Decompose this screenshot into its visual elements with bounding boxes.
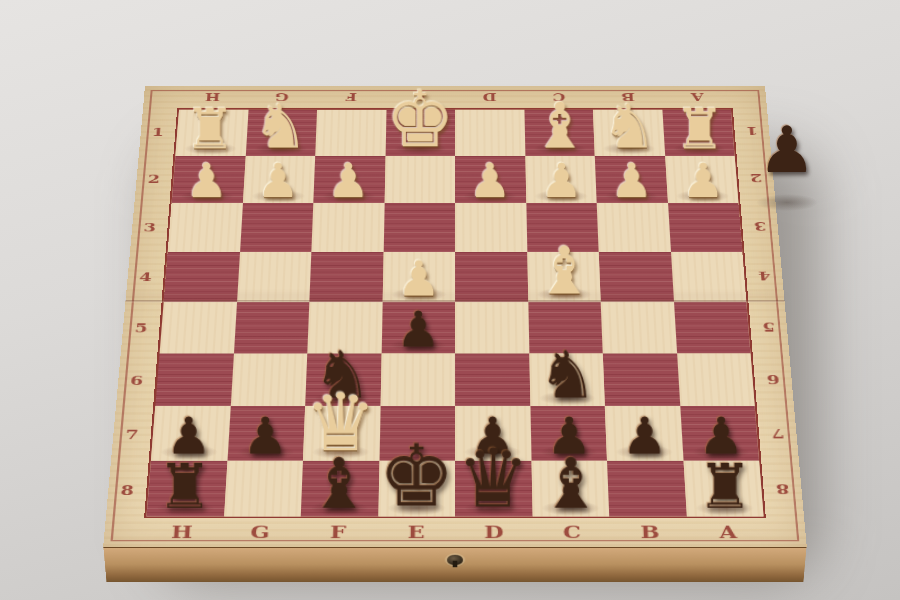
piece-white-pawn-d2[interactable]: ♟ bbox=[469, 159, 512, 203]
square-b1[interactable]: ♞ bbox=[593, 110, 665, 156]
square-b5[interactable] bbox=[601, 302, 677, 353]
square-a3[interactable] bbox=[668, 203, 743, 252]
square-c8[interactable]: ♝ bbox=[531, 460, 609, 516]
scene: HGFEDCBA HGFEDCBA 12345678 12345678 ♜♞♚♝… bbox=[0, 0, 900, 600]
square-g6[interactable] bbox=[230, 353, 307, 406]
piece-black-pawn-g7[interactable]: ♟ bbox=[242, 413, 288, 460]
square-c1[interactable]: ♝ bbox=[524, 110, 595, 156]
keyhole-icon bbox=[447, 555, 463, 565]
square-b3[interactable] bbox=[597, 203, 671, 252]
piece-black-king-e8[interactable]: ♚ bbox=[378, 437, 455, 516]
square-b8[interactable] bbox=[607, 460, 686, 516]
square-a1[interactable]: ♜ bbox=[662, 110, 735, 156]
rank-label-right-4: 4 bbox=[744, 251, 784, 301]
square-b2[interactable]: ♟ bbox=[595, 156, 668, 203]
square-b7[interactable]: ♟ bbox=[605, 406, 683, 460]
square-c6[interactable]: ♞ bbox=[529, 353, 605, 406]
rank-label-right-5: 5 bbox=[748, 302, 789, 354]
piece-white-bishop-c1[interactable]: ♝ bbox=[531, 97, 588, 155]
square-d6[interactable] bbox=[455, 353, 530, 406]
piece-black-bishop-f8[interactable]: ♝ bbox=[308, 451, 371, 515]
rank-label-left-6: 6 bbox=[116, 354, 157, 407]
square-h2[interactable]: ♟ bbox=[172, 156, 246, 203]
file-label-top-f: F bbox=[316, 86, 386, 108]
square-d4[interactable] bbox=[455, 252, 528, 302]
square-a6[interactable] bbox=[677, 353, 755, 406]
piece-white-pawn-e4[interactable]: ♟ bbox=[397, 256, 441, 301]
board-frame: HGFEDCBA HGFEDCBA 12345678 12345678 ♜♞♚♝… bbox=[103, 86, 807, 547]
piece-black-pawn-b7[interactable]: ♟ bbox=[622, 413, 668, 460]
square-g2[interactable]: ♟ bbox=[242, 156, 315, 203]
rank-label-left-2: 2 bbox=[134, 155, 173, 203]
square-h1[interactable]: ♜ bbox=[175, 110, 248, 156]
piece-black-pawn-e5[interactable]: ♟ bbox=[396, 307, 440, 353]
square-e6[interactable] bbox=[380, 353, 455, 406]
rank-label-right-8: 8 bbox=[761, 462, 804, 518]
square-d8[interactable]: ♛ bbox=[455, 460, 532, 516]
piece-black-bishop-c8[interactable]: ♝ bbox=[539, 451, 602, 515]
piece-white-king-e1[interactable]: ♚ bbox=[385, 84, 455, 155]
piece-black-rook-h8[interactable]: ♜ bbox=[157, 459, 213, 516]
square-e2[interactable] bbox=[384, 156, 455, 203]
square-h6[interactable] bbox=[155, 353, 233, 406]
piece-white-rook-a1[interactable]: ♜ bbox=[674, 104, 724, 156]
piece-black-queen-d8[interactable]: ♛ bbox=[457, 441, 530, 516]
rank-label-right-6: 6 bbox=[753, 354, 794, 407]
square-c2[interactable]: ♟ bbox=[525, 156, 597, 203]
square-f8[interactable]: ♝ bbox=[301, 460, 379, 516]
piece-black-rook-a8[interactable]: ♜ bbox=[697, 459, 753, 516]
square-d1[interactable] bbox=[455, 110, 525, 156]
rank-label-left-1: 1 bbox=[139, 108, 177, 154]
piece-white-pawn-h2[interactable]: ♟ bbox=[186, 159, 229, 203]
box-front-edge bbox=[103, 547, 807, 582]
piece-white-bishop-c4[interactable]: ♝ bbox=[535, 240, 594, 301]
square-h3[interactable] bbox=[168, 203, 243, 252]
file-label-top-d: D bbox=[455, 86, 524, 108]
square-e5[interactable]: ♟ bbox=[381, 302, 455, 353]
file-labels-bottom: HGFEDCBA bbox=[142, 518, 768, 546]
board-grid: ♜♞♚♝♞♜♟♟♟♟♟♟♟♟♝♟♞♞♟♟♛♟♟♟♟♜♝♚♛♝♜ bbox=[144, 108, 766, 518]
square-c4[interactable]: ♝ bbox=[527, 252, 601, 302]
square-g7[interactable]: ♟ bbox=[227, 406, 305, 460]
file-label-bottom-e: E bbox=[377, 518, 455, 546]
square-g5[interactable] bbox=[233, 302, 309, 353]
file-label-bottom-g: G bbox=[220, 518, 299, 546]
square-d2[interactable]: ♟ bbox=[455, 156, 526, 203]
square-g3[interactable] bbox=[240, 203, 314, 252]
square-g8[interactable] bbox=[224, 460, 303, 516]
square-h4[interactable] bbox=[164, 252, 240, 302]
square-b6[interactable] bbox=[603, 353, 680, 406]
square-e8[interactable]: ♚ bbox=[378, 460, 455, 516]
square-f2[interactable]: ♟ bbox=[313, 156, 385, 203]
file-label-bottom-b: B bbox=[610, 518, 689, 546]
square-a2[interactable]: ♟ bbox=[665, 156, 739, 203]
file-label-bottom-f: F bbox=[298, 518, 377, 546]
piece-white-pawn-f2[interactable]: ♟ bbox=[327, 159, 370, 203]
square-g4[interactable] bbox=[237, 252, 312, 302]
square-f4[interactable] bbox=[309, 252, 383, 302]
file-label-bottom-c: C bbox=[533, 518, 612, 546]
square-d3[interactable] bbox=[455, 203, 527, 252]
square-a5[interactable] bbox=[673, 302, 750, 353]
rank-label-left-4: 4 bbox=[125, 251, 165, 301]
folding-chess-board: HGFEDCBA HGFEDCBA 12345678 12345678 ♜♞♚♝… bbox=[103, 86, 807, 547]
square-e4[interactable]: ♟ bbox=[382, 252, 455, 302]
rank-label-left-8: 8 bbox=[106, 462, 149, 518]
board-area: HGFEDCBA HGFEDCBA 12345678 12345678 ♜♞♚♝… bbox=[145, 86, 765, 600]
square-a4[interactable] bbox=[670, 252, 746, 302]
square-h5[interactable] bbox=[160, 302, 237, 353]
rank-label-right-7: 7 bbox=[757, 407, 799, 462]
piece-white-rook-h1[interactable]: ♜ bbox=[185, 104, 235, 156]
square-e3[interactable] bbox=[383, 203, 455, 252]
piece-white-knight-g1[interactable]: ♞ bbox=[253, 99, 308, 155]
square-b4[interactable] bbox=[599, 252, 674, 302]
file-label-bottom-h: H bbox=[142, 518, 222, 546]
square-a8[interactable]: ♜ bbox=[683, 460, 763, 516]
rank-label-left-7: 7 bbox=[111, 407, 153, 462]
file-label-bottom-a: A bbox=[688, 518, 768, 546]
rank-label-left-5: 5 bbox=[121, 302, 162, 354]
piece-white-pawn-b2[interactable]: ♟ bbox=[611, 159, 654, 203]
piece-white-pawn-a2[interactable]: ♟ bbox=[682, 159, 725, 203]
rank-label-left-3: 3 bbox=[130, 202, 170, 251]
piece-white-pawn-g2[interactable]: ♟ bbox=[257, 159, 300, 203]
square-d5[interactable] bbox=[455, 302, 529, 353]
square-f3[interactable] bbox=[311, 203, 384, 252]
piece-white-pawn-c2[interactable]: ♟ bbox=[540, 159, 583, 203]
captured-black-pawn[interactable]: ♟ bbox=[742, 104, 832, 197]
captured-pieces: ♟ bbox=[742, 104, 832, 224]
square-f1[interactable] bbox=[315, 110, 386, 156]
file-label-bottom-d: D bbox=[455, 518, 533, 546]
piece-black-knight-c6[interactable]: ♞ bbox=[538, 345, 597, 405]
square-e1[interactable]: ♚ bbox=[385, 110, 455, 156]
square-g1[interactable]: ♞ bbox=[245, 110, 317, 156]
square-h8[interactable]: ♜ bbox=[146, 460, 226, 516]
piece-white-knight-b1[interactable]: ♞ bbox=[602, 99, 657, 155]
